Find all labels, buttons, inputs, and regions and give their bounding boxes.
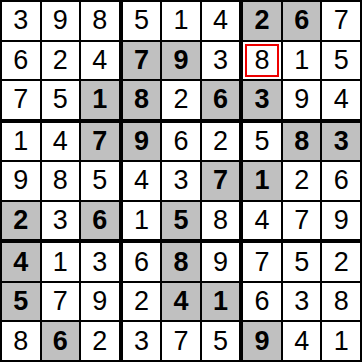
cell-r9c3[interactable]: 2	[81, 322, 119, 360]
cell-r3c2[interactable]: 5	[42, 81, 80, 119]
cell-r2c1[interactable]: 6	[2, 42, 40, 80]
cell-r4c1[interactable]: 1	[2, 123, 40, 161]
cell-r4c7[interactable]: 5	[243, 123, 281, 161]
cell-r8c5[interactable]: 4	[162, 283, 200, 321]
cell-r8c9[interactable]: 8	[322, 283, 360, 321]
cell-r2c2[interactable]: 2	[42, 42, 80, 80]
cell-r3c3[interactable]: 1	[81, 81, 119, 119]
sudoku-box-8: 689241375	[123, 243, 240, 360]
cell-r6c1[interactable]: 2	[2, 202, 40, 240]
cell-r6c5[interactable]: 5	[162, 202, 200, 240]
cell-r3c8[interactable]: 9	[283, 81, 321, 119]
cell-r5c6[interactable]: 7	[202, 162, 240, 200]
sudoku-box-3: 267815394	[243, 2, 360, 119]
cell-r5c8[interactable]: 2	[283, 162, 321, 200]
cell-r4c9[interactable]: 3	[322, 123, 360, 161]
sudoku-box-6: 583126479	[243, 123, 360, 240]
cell-r8c3[interactable]: 9	[81, 283, 119, 321]
cell-r6c7[interactable]: 4	[243, 202, 281, 240]
cell-r3c4[interactable]: 8	[123, 81, 161, 119]
cell-r9c7[interactable]: 9	[243, 322, 281, 360]
cell-r7c7[interactable]: 7	[243, 243, 281, 281]
cell-r8c7[interactable]: 6	[243, 283, 281, 321]
cell-r2c6[interactable]: 3	[202, 42, 240, 80]
cell-r1c5[interactable]: 1	[162, 2, 200, 40]
cell-r7c4[interactable]: 6	[123, 243, 161, 281]
sudoku-box-5: 962437158	[123, 123, 240, 240]
cell-r4c5[interactable]: 6	[162, 123, 200, 161]
cell-r8c6[interactable]: 1	[202, 283, 240, 321]
cell-r4c6[interactable]: 2	[202, 123, 240, 161]
cell-r1c1[interactable]: 3	[2, 2, 40, 40]
cell-r1c4[interactable]: 5	[123, 2, 161, 40]
cell-r3c6[interactable]: 6	[202, 81, 240, 119]
cell-r5c3[interactable]: 5	[81, 162, 119, 200]
cell-r1c7[interactable]: 2	[243, 2, 281, 40]
cell-r4c4[interactable]: 9	[123, 123, 161, 161]
cell-r4c2[interactable]: 4	[42, 123, 80, 161]
cell-r5c9[interactable]: 6	[322, 162, 360, 200]
cell-r5c5[interactable]: 3	[162, 162, 200, 200]
cell-r1c8[interactable]: 6	[283, 2, 321, 40]
cell-r7c8[interactable]: 5	[283, 243, 321, 281]
cell-r6c9[interactable]: 9	[322, 202, 360, 240]
cell-r2c7[interactable]: 8	[243, 42, 281, 80]
cell-r2c9[interactable]: 5	[322, 42, 360, 80]
cell-r9c8[interactable]: 4	[283, 322, 321, 360]
cell-r3c9[interactable]: 4	[322, 81, 360, 119]
cell-r9c4[interactable]: 3	[123, 322, 161, 360]
cell-r6c4[interactable]: 1	[123, 202, 161, 240]
cell-r3c1[interactable]: 7	[2, 81, 40, 119]
cell-r7c5[interactable]: 8	[162, 243, 200, 281]
cell-r1c3[interactable]: 8	[81, 2, 119, 40]
cell-r4c8[interactable]: 8	[283, 123, 321, 161]
cell-r3c7[interactable]: 3	[243, 81, 281, 119]
cell-r8c2[interactable]: 7	[42, 283, 80, 321]
sudoku-box-2: 514793826	[123, 2, 240, 119]
cell-r4c3[interactable]: 7	[81, 123, 119, 161]
cell-r5c1[interactable]: 9	[2, 162, 40, 200]
cell-r1c6[interactable]: 4	[202, 2, 240, 40]
cell-r9c2[interactable]: 6	[42, 322, 80, 360]
cell-r9c5[interactable]: 7	[162, 322, 200, 360]
cell-r8c8[interactable]: 3	[283, 283, 321, 321]
cell-r9c6[interactable]: 5	[202, 322, 240, 360]
cell-r7c6[interactable]: 9	[202, 243, 240, 281]
cell-r6c8[interactable]: 7	[283, 202, 321, 240]
cell-r7c9[interactable]: 2	[322, 243, 360, 281]
cell-r7c1[interactable]: 4	[2, 243, 40, 281]
cell-r6c6[interactable]: 8	[202, 202, 240, 240]
sudoku-box-4: 147985236	[2, 123, 119, 240]
cell-r8c1[interactable]: 5	[2, 283, 40, 321]
cell-r1c9[interactable]: 7	[322, 2, 360, 40]
cell-r6c2[interactable]: 3	[42, 202, 80, 240]
cell-r9c9[interactable]: 1	[322, 322, 360, 360]
cell-r7c3[interactable]: 3	[81, 243, 119, 281]
sudoku-board: 3986247515147938262678153941479852369624…	[0, 0, 362, 362]
cell-r7c2[interactable]: 1	[42, 243, 80, 281]
cell-r1c2[interactable]: 9	[42, 2, 80, 40]
cell-r5c4[interactable]: 4	[123, 162, 161, 200]
sudoku-box-1: 398624751	[2, 2, 119, 119]
cell-r2c3[interactable]: 4	[81, 42, 119, 80]
sudoku-box-7: 413579862	[2, 243, 119, 360]
cell-r3c5[interactable]: 2	[162, 81, 200, 119]
cell-r6c3[interactable]: 6	[81, 202, 119, 240]
cell-r5c7[interactable]: 1	[243, 162, 281, 200]
cell-r2c4[interactable]: 7	[123, 42, 161, 80]
cell-r8c4[interactable]: 2	[123, 283, 161, 321]
cell-r9c1[interactable]: 8	[2, 322, 40, 360]
cell-r5c2[interactable]: 8	[42, 162, 80, 200]
sudoku-box-9: 752638941	[243, 243, 360, 360]
cell-r2c8[interactable]: 1	[283, 42, 321, 80]
cell-r2c5[interactable]: 9	[162, 42, 200, 80]
